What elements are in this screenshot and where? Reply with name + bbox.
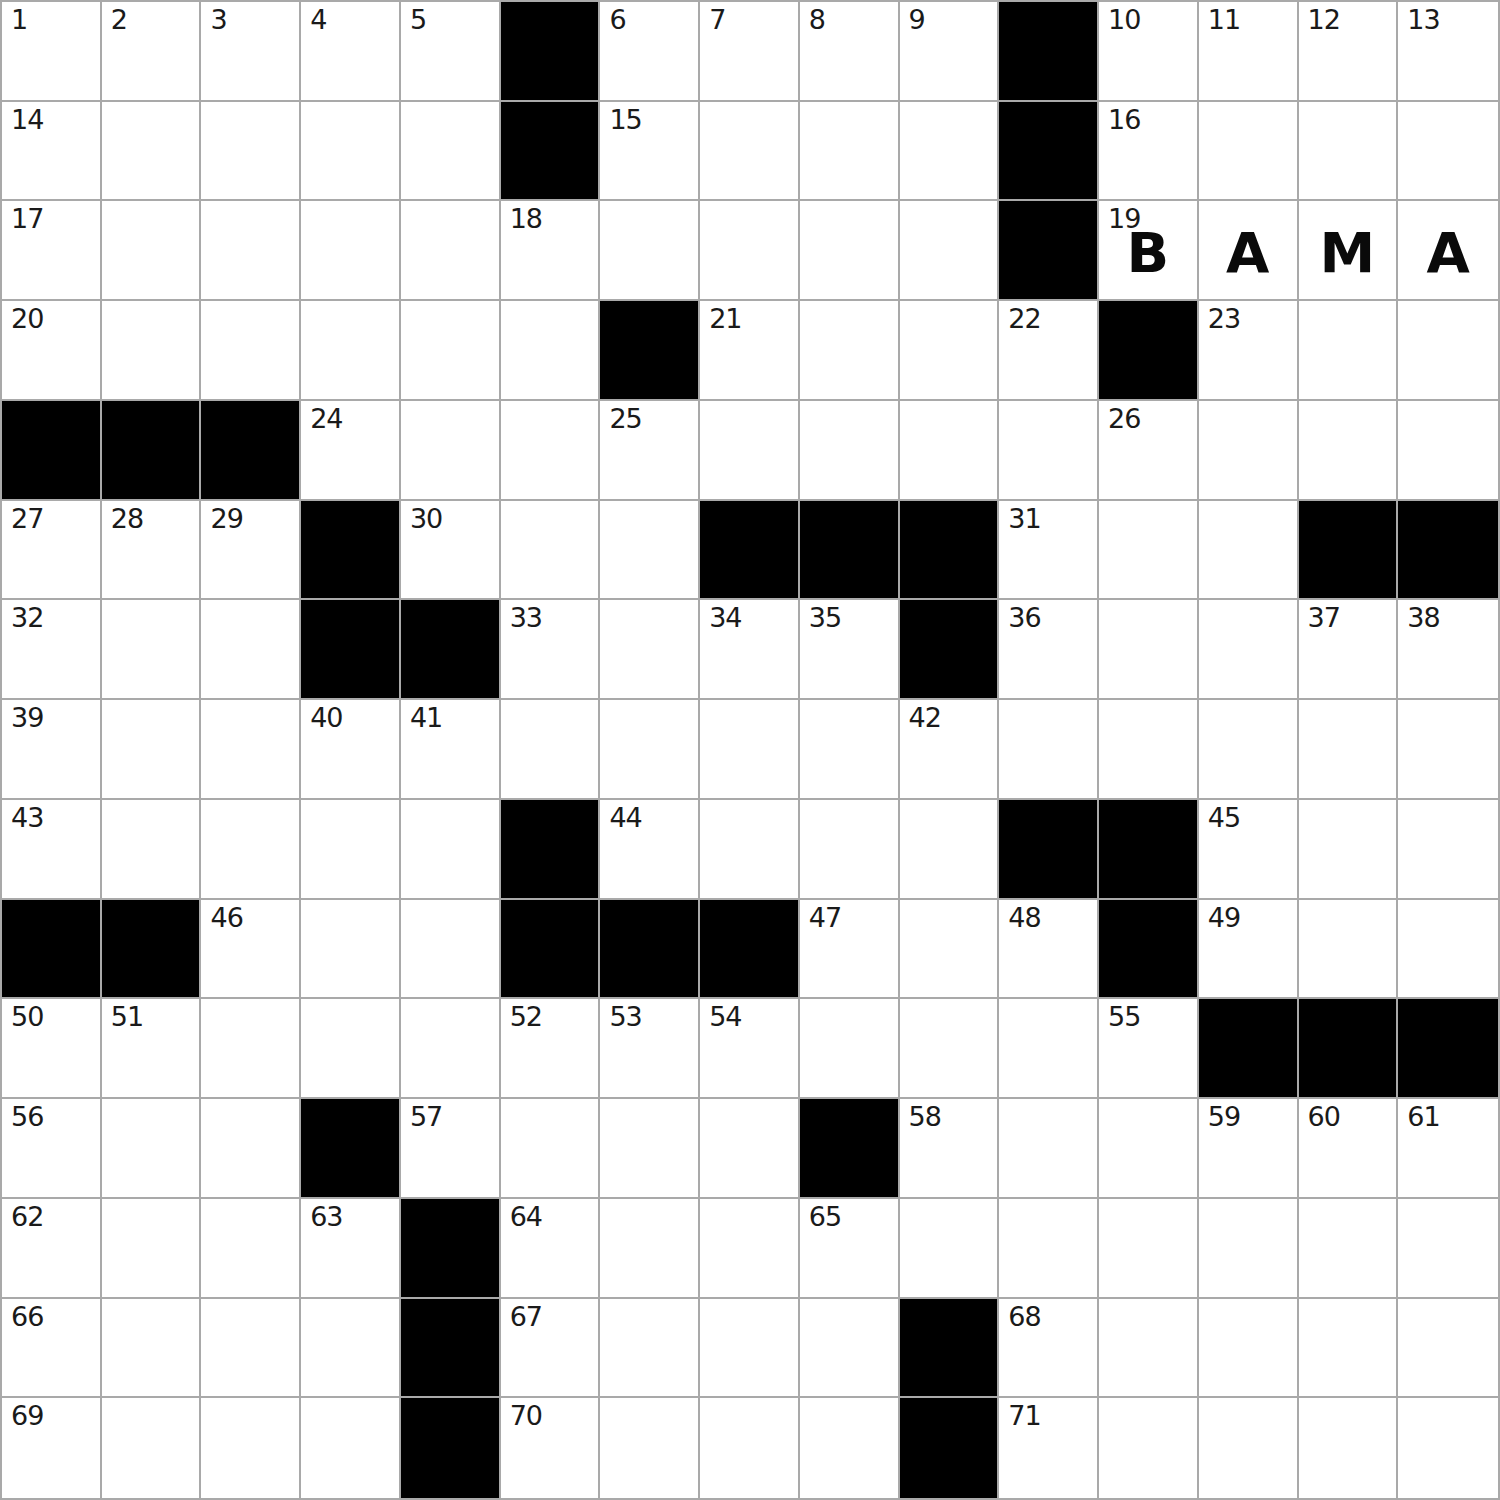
cell-r14-c12[interactable] xyxy=(1199,1398,1299,1498)
cell-r0-c8[interactable]: 8 xyxy=(800,2,900,102)
cell-r3-c1[interactable] xyxy=(102,301,202,401)
cell-r6-c8[interactable]: 35 xyxy=(800,600,900,700)
cell-r14-c7[interactable] xyxy=(700,1398,800,1498)
cell-r10-c0[interactable]: 50 xyxy=(2,999,102,1099)
black-cell-r5-c3 xyxy=(301,501,401,601)
cell-r2-c12[interactable]: A xyxy=(1199,201,1299,301)
cell-r0-c7[interactable]: 7 xyxy=(700,2,800,102)
black-cell-r3-c11 xyxy=(1099,301,1199,401)
cell-r7-c6[interactable] xyxy=(600,700,700,800)
black-cell-r5-c8 xyxy=(800,501,900,601)
black-cell-r4-c2 xyxy=(201,401,301,501)
cell-r9-c12[interactable]: 49 xyxy=(1199,900,1299,1000)
clue-number-56: 56 xyxy=(11,1102,43,1132)
cell-r7-c10[interactable] xyxy=(999,700,1099,800)
cell-r7-c5[interactable] xyxy=(501,700,601,800)
clue-number-38: 38 xyxy=(1407,603,1439,633)
black-cell-r13-c9 xyxy=(900,1299,1000,1399)
cell-r0-c0[interactable]: 1 xyxy=(2,2,102,102)
cell-r0-c2[interactable]: 3 xyxy=(201,2,301,102)
clue-number-62: 62 xyxy=(11,1202,43,1232)
cell-r10-c3[interactable] xyxy=(301,999,401,1099)
cell-r2-c7[interactable] xyxy=(700,201,800,301)
cell-r2-c5[interactable]: 18 xyxy=(501,201,601,301)
cell-r6-c13[interactable]: 37 xyxy=(1299,600,1399,700)
cell-r14-c2[interactable] xyxy=(201,1398,301,1498)
clue-number-22: 22 xyxy=(1008,304,1040,334)
clue-number-47: 47 xyxy=(809,903,841,933)
cell-r4-c4[interactable] xyxy=(401,401,501,501)
cell-r14-c5[interactable]: 70 xyxy=(501,1398,601,1498)
cell-r0-c6[interactable]: 6 xyxy=(600,2,700,102)
cell-r4-c12[interactable] xyxy=(1199,401,1299,501)
clue-number-4: 4 xyxy=(310,5,326,35)
cell-r7-c11[interactable] xyxy=(1099,700,1199,800)
clue-number-42: 42 xyxy=(909,703,941,733)
black-cell-r6-c4 xyxy=(401,600,501,700)
clue-number-41: 41 xyxy=(410,703,442,733)
cell-r3-c3[interactable] xyxy=(301,301,401,401)
cell-r2-c14[interactable]: A xyxy=(1398,201,1498,301)
cell-r6-c1[interactable] xyxy=(102,600,202,700)
clue-number-30: 30 xyxy=(410,504,442,534)
cell-r7-c9[interactable]: 42 xyxy=(900,700,1000,800)
cell-r13-c7[interactable] xyxy=(700,1299,800,1399)
cell-r8-c12[interactable]: 45 xyxy=(1199,800,1299,900)
cell-r1-c6[interactable]: 15 xyxy=(600,102,700,202)
clue-number-31: 31 xyxy=(1008,504,1040,534)
cell-r4-c3[interactable]: 24 xyxy=(301,401,401,501)
cell-r7-c7[interactable] xyxy=(700,700,800,800)
cell-r13-c8[interactable] xyxy=(800,1299,900,1399)
clue-number-49: 49 xyxy=(1208,903,1240,933)
cell-r13-c1[interactable] xyxy=(102,1299,202,1399)
cell-r11-c13[interactable]: 60 xyxy=(1299,1099,1399,1199)
cell-r1-c13[interactable] xyxy=(1299,102,1399,202)
clue-number-15: 15 xyxy=(609,105,641,135)
cell-r8-c3[interactable] xyxy=(301,800,401,900)
black-cell-r4-c1 xyxy=(102,401,202,501)
clue-number-65: 65 xyxy=(809,1202,841,1232)
cell-r14-c11[interactable] xyxy=(1099,1398,1199,1498)
cell-r10-c9[interactable] xyxy=(900,999,1000,1099)
clue-number-58: 58 xyxy=(909,1102,941,1132)
clue-number-12: 12 xyxy=(1308,5,1340,35)
cell-r0-c3[interactable]: 4 xyxy=(301,2,401,102)
filled-letter-r2-c14: A xyxy=(1398,201,1498,301)
clue-number-52: 52 xyxy=(510,1002,542,1032)
black-cell-r8-c11 xyxy=(1099,800,1199,900)
cell-r8-c0[interactable]: 43 xyxy=(2,800,102,900)
cell-r10-c4[interactable] xyxy=(401,999,501,1099)
cell-r0-c12[interactable]: 11 xyxy=(1199,2,1299,102)
cell-r3-c5[interactable] xyxy=(501,301,601,401)
cell-r5-c5[interactable] xyxy=(501,501,601,601)
clue-number-70: 70 xyxy=(510,1401,542,1431)
clue-number-7: 7 xyxy=(709,5,725,35)
cell-r12-c14[interactable] xyxy=(1398,1199,1498,1299)
cell-r0-c13[interactable]: 12 xyxy=(1299,2,1399,102)
cell-r13-c2[interactable] xyxy=(201,1299,301,1399)
cell-r14-c13[interactable] xyxy=(1299,1398,1399,1498)
cell-r10-c10[interactable] xyxy=(999,999,1099,1099)
cell-r6-c14[interactable]: 38 xyxy=(1398,600,1498,700)
filled-letter-r2-c13: M xyxy=(1299,201,1397,301)
black-cell-r0-c10 xyxy=(999,2,1099,102)
clue-number-29: 29 xyxy=(210,504,242,534)
clue-number-59: 59 xyxy=(1208,1102,1240,1132)
cell-r4-c8[interactable] xyxy=(800,401,900,501)
cell-r4-c7[interactable] xyxy=(700,401,800,501)
cell-r9-c10[interactable]: 48 xyxy=(999,900,1099,1000)
cell-r3-c7[interactable]: 21 xyxy=(700,301,800,401)
black-cell-r5-c7 xyxy=(700,501,800,601)
black-cell-r10-c12 xyxy=(1199,999,1299,1099)
clue-number-45: 45 xyxy=(1208,803,1240,833)
cell-r2-c0[interactable]: 17 xyxy=(2,201,102,301)
cell-r6-c7[interactable]: 34 xyxy=(700,600,800,700)
cell-r8-c1[interactable] xyxy=(102,800,202,900)
cell-r7-c14[interactable] xyxy=(1398,700,1498,800)
clue-number-11: 11 xyxy=(1208,5,1240,35)
cell-r2-c8[interactable] xyxy=(800,201,900,301)
cell-r4-c9[interactable] xyxy=(900,401,1000,501)
clue-number-51: 51 xyxy=(111,1002,143,1032)
clue-number-57: 57 xyxy=(410,1102,442,1132)
cell-r9-c4[interactable] xyxy=(401,900,501,1000)
black-cell-r9-c0 xyxy=(2,900,102,1000)
clue-number-35: 35 xyxy=(809,603,841,633)
cell-r12-c8[interactable]: 65 xyxy=(800,1199,900,1299)
cell-r5-c2[interactable]: 29 xyxy=(201,501,301,601)
cell-r4-c6[interactable]: 25 xyxy=(600,401,700,501)
cell-r9-c9[interactable] xyxy=(900,900,1000,1000)
clue-number-18: 18 xyxy=(510,204,542,234)
cell-r2-c9[interactable] xyxy=(900,201,1000,301)
cell-r1-c11[interactable]: 16 xyxy=(1099,102,1199,202)
clue-number-20: 20 xyxy=(11,304,43,334)
cell-r4-c14[interactable] xyxy=(1398,401,1498,501)
clue-number-64: 64 xyxy=(510,1202,542,1232)
clue-number-54: 54 xyxy=(709,1002,741,1032)
cell-r14-c10[interactable]: 71 xyxy=(999,1398,1099,1498)
cell-r6-c0[interactable]: 32 xyxy=(2,600,102,700)
cell-r13-c11[interactable] xyxy=(1099,1299,1199,1399)
black-cell-r10-c13 xyxy=(1299,999,1399,1099)
cell-r10-c11[interactable]: 55 xyxy=(1099,999,1199,1099)
cell-r5-c4[interactable]: 30 xyxy=(401,501,501,601)
cell-r12-c13[interactable] xyxy=(1299,1199,1399,1299)
cell-r13-c12[interactable] xyxy=(1199,1299,1299,1399)
cell-r12-c6[interactable] xyxy=(600,1199,700,1299)
cell-r11-c12[interactable]: 59 xyxy=(1199,1099,1299,1199)
clue-number-63: 63 xyxy=(310,1202,342,1232)
cell-r3-c10[interactable]: 22 xyxy=(999,301,1099,401)
black-cell-r9-c7 xyxy=(700,900,800,1000)
cell-r4-c10[interactable] xyxy=(999,401,1099,501)
clue-number-39: 39 xyxy=(11,703,43,733)
cell-r0-c4[interactable]: 5 xyxy=(401,2,501,102)
clue-number-6: 6 xyxy=(609,5,625,35)
cell-r6-c6[interactable] xyxy=(600,600,700,700)
clue-number-1: 1 xyxy=(11,5,27,35)
cell-r3-c0[interactable]: 20 xyxy=(2,301,102,401)
cell-r12-c10[interactable] xyxy=(999,1199,1099,1299)
cell-r3-c12[interactable]: 23 xyxy=(1199,301,1299,401)
cell-r12-c3[interactable]: 63 xyxy=(301,1199,401,1299)
cell-r6-c10[interactable]: 36 xyxy=(999,600,1099,700)
black-cell-r14-c4 xyxy=(401,1398,501,1498)
cell-r3-c9[interactable] xyxy=(900,301,1000,401)
clue-number-24: 24 xyxy=(310,404,342,434)
cell-r8-c2[interactable] xyxy=(201,800,301,900)
clue-number-61: 61 xyxy=(1407,1102,1439,1132)
cell-r3-c14[interactable] xyxy=(1398,301,1498,401)
cell-r13-c5[interactable]: 67 xyxy=(501,1299,601,1399)
cell-r2-c6[interactable] xyxy=(600,201,700,301)
cell-r9-c2[interactable]: 46 xyxy=(201,900,301,1000)
cell-r1-c9[interactable] xyxy=(900,102,1000,202)
cell-r11-c4[interactable]: 57 xyxy=(401,1099,501,1199)
cell-r3-c2[interactable] xyxy=(201,301,301,401)
cell-r9-c14[interactable] xyxy=(1398,900,1498,1000)
cell-r7-c1[interactable] xyxy=(102,700,202,800)
black-cell-r11-c8 xyxy=(800,1099,900,1199)
cell-r5-c6[interactable] xyxy=(600,501,700,601)
clue-number-44: 44 xyxy=(609,803,641,833)
cell-r4-c11[interactable]: 26 xyxy=(1099,401,1199,501)
black-cell-r8-c5 xyxy=(501,800,601,900)
clue-number-50: 50 xyxy=(11,1002,43,1032)
cell-r2-c2[interactable] xyxy=(201,201,301,301)
black-cell-r1-c10 xyxy=(999,102,1099,202)
cell-r8-c8[interactable] xyxy=(800,800,900,900)
clue-number-13: 13 xyxy=(1407,5,1439,35)
clue-number-3: 3 xyxy=(210,5,226,35)
black-cell-r13-c4 xyxy=(401,1299,501,1399)
clue-number-36: 36 xyxy=(1008,603,1040,633)
clue-number-8: 8 xyxy=(809,5,825,35)
clue-number-10: 10 xyxy=(1108,5,1140,35)
cell-r10-c7[interactable]: 54 xyxy=(700,999,800,1099)
cell-r14-c6[interactable] xyxy=(600,1398,700,1498)
cell-r8-c9[interactable] xyxy=(900,800,1000,900)
clue-number-25: 25 xyxy=(609,404,641,434)
cell-r11-c14[interactable]: 61 xyxy=(1398,1099,1498,1199)
cell-r4-c13[interactable] xyxy=(1299,401,1399,501)
filled-letter-r2-c11: B xyxy=(1099,201,1197,301)
cell-r5-c10[interactable]: 31 xyxy=(999,501,1099,601)
clue-number-37: 37 xyxy=(1308,603,1340,633)
cell-r11-c5[interactable] xyxy=(501,1099,601,1199)
clue-number-60: 60 xyxy=(1308,1102,1340,1132)
black-cell-r9-c6 xyxy=(600,900,700,1000)
black-cell-r0-c5 xyxy=(501,2,601,102)
cell-r13-c10[interactable]: 68 xyxy=(999,1299,1099,1399)
cell-r14-c14[interactable] xyxy=(1398,1398,1498,1498)
clue-number-27: 27 xyxy=(11,504,43,534)
cell-r6-c12[interactable] xyxy=(1199,600,1299,700)
black-cell-r12-c4 xyxy=(401,1199,501,1299)
cell-r13-c6[interactable] xyxy=(600,1299,700,1399)
cell-r11-c11[interactable] xyxy=(1099,1099,1199,1199)
cell-r12-c0[interactable]: 62 xyxy=(2,1199,102,1299)
clue-number-71: 71 xyxy=(1008,1401,1040,1431)
cell-r7-c0[interactable]: 39 xyxy=(2,700,102,800)
cell-r2-c1[interactable] xyxy=(102,201,202,301)
cell-r13-c3[interactable] xyxy=(301,1299,401,1399)
cell-r9-c3[interactable] xyxy=(301,900,401,1000)
cell-r0-c1[interactable]: 2 xyxy=(102,2,202,102)
clue-number-46: 46 xyxy=(210,903,242,933)
cell-r0-c11[interactable]: 10 xyxy=(1099,2,1199,102)
cell-r6-c5[interactable]: 33 xyxy=(501,600,601,700)
cell-r9-c8[interactable]: 47 xyxy=(800,900,900,1000)
black-cell-r5-c9 xyxy=(900,501,1000,601)
black-cell-r9-c1 xyxy=(102,900,202,1000)
cell-r11-c7[interactable] xyxy=(700,1099,800,1199)
cell-r3-c13[interactable] xyxy=(1299,301,1399,401)
cell-r12-c5[interactable]: 64 xyxy=(501,1199,601,1299)
clue-number-43: 43 xyxy=(11,803,43,833)
clue-number-55: 55 xyxy=(1108,1002,1140,1032)
cell-r11-c0[interactable]: 56 xyxy=(2,1099,102,1199)
clue-number-16: 16 xyxy=(1108,105,1140,135)
clue-number-21: 21 xyxy=(709,304,741,334)
black-cell-r6-c9 xyxy=(900,600,1000,700)
cell-r3-c4[interactable] xyxy=(401,301,501,401)
cell-r7-c12[interactable] xyxy=(1199,700,1299,800)
cell-r7-c13[interactable] xyxy=(1299,700,1399,800)
black-cell-r5-c13 xyxy=(1299,501,1399,601)
cell-r10-c6[interactable]: 53 xyxy=(600,999,700,1099)
cell-r11-c2[interactable] xyxy=(201,1099,301,1199)
cell-r3-c8[interactable] xyxy=(800,301,900,401)
cell-r11-c1[interactable] xyxy=(102,1099,202,1199)
cell-r13-c0[interactable]: 66 xyxy=(2,1299,102,1399)
cell-r4-c5[interactable] xyxy=(501,401,601,501)
cell-r5-c0[interactable]: 27 xyxy=(2,501,102,601)
cell-r8-c13[interactable] xyxy=(1299,800,1399,900)
black-cell-r14-c9 xyxy=(900,1398,1000,1498)
black-cell-r10-c14 xyxy=(1398,999,1498,1099)
black-cell-r2-c10 xyxy=(999,201,1099,301)
clue-number-40: 40 xyxy=(310,703,342,733)
cell-r8-c6[interactable]: 44 xyxy=(600,800,700,900)
cell-r11-c10[interactable] xyxy=(999,1099,1099,1199)
cell-r13-c13[interactable] xyxy=(1299,1299,1399,1399)
cell-r9-c13[interactable] xyxy=(1299,900,1399,1000)
cell-r1-c1[interactable] xyxy=(102,102,202,202)
cell-r14-c1[interactable] xyxy=(102,1398,202,1498)
black-cell-r4-c0 xyxy=(2,401,102,501)
clue-number-2: 2 xyxy=(111,5,127,35)
clue-number-23: 23 xyxy=(1208,304,1240,334)
cell-r10-c1[interactable]: 51 xyxy=(102,999,202,1099)
cell-r12-c2[interactable] xyxy=(201,1199,301,1299)
clue-number-69: 69 xyxy=(11,1401,43,1431)
cell-r5-c12[interactable] xyxy=(1199,501,1299,601)
cell-r2-c13[interactable]: M xyxy=(1299,201,1399,301)
cell-r8-c4[interactable] xyxy=(401,800,501,900)
cell-r2-c3[interactable] xyxy=(301,201,401,301)
cell-r12-c11[interactable] xyxy=(1099,1199,1199,1299)
black-cell-r6-c3 xyxy=(301,600,401,700)
black-cell-r3-c6 xyxy=(600,301,700,401)
cell-r10-c8[interactable] xyxy=(800,999,900,1099)
black-cell-r5-c14 xyxy=(1398,501,1498,601)
cell-r1-c7[interactable] xyxy=(700,102,800,202)
cell-r14-c3[interactable] xyxy=(301,1398,401,1498)
cell-r12-c1[interactable] xyxy=(102,1199,202,1299)
filled-letter-r2-c12: A xyxy=(1199,201,1297,301)
clue-number-33: 33 xyxy=(510,603,542,633)
cell-r1-c0[interactable]: 14 xyxy=(2,102,102,202)
cell-r6-c2[interactable] xyxy=(201,600,301,700)
cell-r12-c7[interactable] xyxy=(700,1199,800,1299)
cell-r10-c5[interactable]: 52 xyxy=(501,999,601,1099)
cell-r10-c2[interactable] xyxy=(201,999,301,1099)
clue-number-5: 5 xyxy=(410,5,426,35)
clue-number-28: 28 xyxy=(111,504,143,534)
black-cell-r8-c10 xyxy=(999,800,1099,900)
cell-r1-c3[interactable] xyxy=(301,102,401,202)
cell-r5-c1[interactable]: 28 xyxy=(102,501,202,601)
cell-r2-c11[interactable]: 19B xyxy=(1099,201,1199,301)
cell-r1-c8[interactable] xyxy=(800,102,900,202)
cell-r14-c0[interactable]: 69 xyxy=(2,1398,102,1498)
cell-r1-c2[interactable] xyxy=(201,102,301,202)
cell-r7-c4[interactable]: 41 xyxy=(401,700,501,800)
black-cell-r11-c3 xyxy=(301,1099,401,1199)
cell-r7-c8[interactable] xyxy=(800,700,900,800)
cell-r7-c3[interactable]: 40 xyxy=(301,700,401,800)
cell-r0-c9[interactable]: 9 xyxy=(900,2,1000,102)
cell-r12-c12[interactable] xyxy=(1199,1199,1299,1299)
clue-number-68: 68 xyxy=(1008,1302,1040,1332)
cell-r13-c14[interactable] xyxy=(1398,1299,1498,1399)
crossword-board: 12345678910111213141516171819BAMA2021222… xyxy=(0,0,1500,1500)
clue-number-9: 9 xyxy=(909,5,925,35)
clue-number-53: 53 xyxy=(609,1002,641,1032)
cell-r1-c4[interactable] xyxy=(401,102,501,202)
cell-r11-c9[interactable]: 58 xyxy=(900,1099,1000,1199)
clue-number-17: 17 xyxy=(11,204,43,234)
cell-r8-c7[interactable] xyxy=(700,800,800,900)
black-cell-r9-c5 xyxy=(501,900,601,1000)
cell-r12-c9[interactable] xyxy=(900,1199,1000,1299)
clue-number-66: 66 xyxy=(11,1302,43,1332)
black-cell-r1-c5 xyxy=(501,102,601,202)
clue-number-32: 32 xyxy=(11,603,43,633)
cell-r1-c12[interactable] xyxy=(1199,102,1299,202)
cell-r5-c11[interactable] xyxy=(1099,501,1199,601)
clue-number-48: 48 xyxy=(1008,903,1040,933)
clue-number-34: 34 xyxy=(709,603,741,633)
cell-r14-c8[interactable] xyxy=(800,1398,900,1498)
black-cell-r9-c11 xyxy=(1099,900,1199,1000)
cell-r2-c4[interactable] xyxy=(401,201,501,301)
cell-r0-c14[interactable]: 13 xyxy=(1398,2,1498,102)
clue-number-67: 67 xyxy=(510,1302,542,1332)
cell-r11-c6[interactable] xyxy=(600,1099,700,1199)
cell-r7-c2[interactable] xyxy=(201,700,301,800)
cell-r6-c11[interactable] xyxy=(1099,600,1199,700)
cell-r8-c14[interactable] xyxy=(1398,800,1498,900)
clue-number-26: 26 xyxy=(1108,404,1140,434)
cell-r1-c14[interactable] xyxy=(1398,102,1498,202)
clue-number-14: 14 xyxy=(11,105,43,135)
